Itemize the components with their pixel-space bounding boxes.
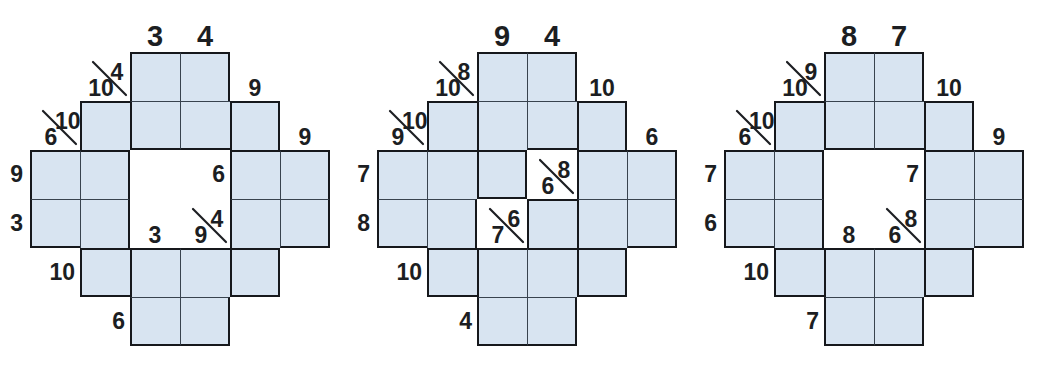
entry-cell-r4c1[interactable]: [724, 199, 774, 248]
clue-cell-r6c2: 7: [774, 297, 824, 346]
down-sum: 8: [841, 22, 857, 51]
entry-cell-r4c2[interactable]: [427, 199, 477, 248]
entry-cell-r6c3[interactable]: [824, 297, 874, 346]
entry-cell-r3c1[interactable]: [377, 150, 427, 199]
across-sum: 9: [799, 61, 823, 84]
clue-cell-r4c0: 6: [694, 199, 724, 248]
down-sum: 7: [891, 22, 907, 51]
across-sum: 4: [205, 208, 229, 231]
entry-cell-r2c5[interactable]: [230, 101, 280, 150]
entry-cell-r4c6[interactable]: [974, 199, 1024, 248]
across-sum: 8: [452, 61, 476, 84]
entry-cell-r5c4[interactable]: [180, 248, 230, 297]
entry-cell-r5c4[interactable]: [527, 248, 577, 297]
entry-cell-r3c6[interactable]: [974, 150, 1024, 199]
down-sum: 10: [589, 77, 615, 100]
clue-cell-r4c0: 3: [0, 199, 30, 248]
entry-cell-r1c4[interactable]: [180, 52, 230, 101]
clue-cell-r2c1: 610: [724, 101, 774, 150]
across-sum: 10: [396, 261, 422, 284]
entry-cell-r2c3[interactable]: [477, 101, 527, 150]
clue-cell-r0c4: 4: [527, 0, 577, 52]
entry-cell-r3c1[interactable]: [30, 150, 80, 199]
clue-cell-r2c6: 6: [627, 101, 677, 150]
entry-cell-r3c2[interactable]: [427, 150, 477, 199]
kakuro-puzzles-row: 3410496109963394106 94108109106768876104…: [0, 0, 1049, 372]
entry-cell-r2c2[interactable]: [80, 101, 130, 150]
across-sum: 10: [743, 261, 769, 284]
down-sum: 9: [299, 126, 312, 149]
down-sum: 9: [249, 77, 262, 100]
entry-cell-r4c6[interactable]: [280, 199, 330, 248]
across-sum: 6: [704, 212, 717, 235]
clue-cell-r1c2: 108: [427, 52, 477, 101]
across-sum: 7: [906, 163, 919, 186]
across-sum: 10: [55, 110, 79, 133]
entry-cell-r4c6[interactable]: [627, 199, 677, 248]
entry-cell-r6c3[interactable]: [130, 297, 180, 346]
across-sum: 6: [502, 208, 526, 231]
entry-cell-r4c5[interactable]: [924, 199, 974, 248]
down-sum: 4: [544, 22, 560, 51]
entry-cell-r5c5[interactable]: [924, 248, 974, 297]
entry-cell-r2c5[interactable]: [924, 101, 974, 150]
entry-cell-r3c5[interactable]: [577, 150, 627, 199]
across-sum: 6: [112, 310, 125, 333]
clue-cell-r3c0: 7: [347, 150, 377, 199]
entry-cell-r3c6[interactable]: [280, 150, 330, 199]
clue-cell-r0c3: 9: [477, 0, 527, 52]
across-sum: 8: [357, 212, 370, 235]
clue-cell-r6c2: 4: [427, 297, 477, 346]
entry-cell-r5c2[interactable]: [774, 248, 824, 297]
entry-cell-r4c1[interactable]: [377, 199, 427, 248]
entry-cell-r4c1[interactable]: [30, 199, 80, 248]
clue-cell-r3c4: 68: [527, 150, 577, 199]
kakuro-board-2: 94108109106768876104: [347, 0, 677, 346]
clue-cell-r1c5: 10: [924, 52, 974, 101]
down-sum: 10: [936, 77, 962, 100]
entry-cell-r4c2[interactable]: [80, 199, 130, 248]
across-sum: 7: [357, 163, 370, 186]
clue-cell-r5c1: 10: [724, 248, 774, 297]
down-sum: 3: [149, 224, 162, 247]
entry-cell-r1c3[interactable]: [130, 52, 180, 101]
entry-cell-r5c4[interactable]: [874, 248, 924, 297]
across-sum: 7: [704, 163, 717, 186]
entry-cell-r4c5[interactable]: [230, 199, 280, 248]
clue-cell-r3c4: 6: [180, 150, 230, 199]
clue-cell-r4c4: 94: [180, 199, 230, 248]
clue-cell-r2c6: 9: [974, 101, 1024, 150]
across-sum: 3: [10, 212, 23, 235]
entry-cell-r1c3[interactable]: [477, 52, 527, 101]
clue-cell-r0c4: 7: [874, 0, 924, 52]
across-sum: 8: [552, 159, 576, 182]
entry-cell-r3c1[interactable]: [724, 150, 774, 199]
entry-cell-r2c3[interactable]: [130, 101, 180, 150]
clue-cell-r3c4: 7: [874, 150, 924, 199]
entry-cell-r5c3[interactable]: [477, 248, 527, 297]
entry-cell-r2c2[interactable]: [427, 101, 477, 150]
entry-cell-r6c4[interactable]: [874, 297, 924, 346]
clue-cell-r2c6: 9: [280, 101, 330, 150]
entry-cell-r1c4[interactable]: [527, 52, 577, 101]
entry-cell-r3c5[interactable]: [924, 150, 974, 199]
clue-cell-r4c4: 68: [874, 199, 924, 248]
entry-cell-r6c4[interactable]: [180, 297, 230, 346]
down-sum: 8: [843, 224, 856, 247]
clue-cell-r0c3: 3: [130, 0, 180, 52]
entry-cell-r2c3[interactable]: [824, 101, 874, 150]
entry-cell-r4c4[interactable]: [527, 199, 577, 248]
clue-cell-r3c0: 7: [694, 150, 724, 199]
across-sum: 9: [10, 163, 23, 186]
entry-cell-r5c3[interactable]: [130, 248, 180, 297]
clue-cell-r4c0: 8: [347, 199, 377, 248]
entry-cell-r6c3[interactable]: [477, 297, 527, 346]
entry-cell-r3c5[interactable]: [230, 150, 280, 199]
entry-cell-r4c2[interactable]: [774, 199, 824, 248]
kakuro-board-3: 87109106109776868107: [694, 0, 1024, 346]
clue-cell-r0c4: 4: [180, 0, 230, 52]
across-sum: 7: [806, 310, 819, 333]
entry-cell-r2c4[interactable]: [527, 101, 577, 150]
entry-cell-r2c4[interactable]: [874, 101, 924, 150]
down-sum: 9: [494, 22, 510, 51]
clue-cell-r0c3: 8: [824, 0, 874, 52]
clue-cell-r1c2: 109: [774, 52, 824, 101]
across-sum: 4: [459, 310, 472, 333]
down-sum: 4: [197, 22, 213, 51]
entry-cell-r3c6[interactable]: [627, 150, 677, 199]
entry-cell-r5c2[interactable]: [427, 248, 477, 297]
entry-cell-r2c4[interactable]: [180, 101, 230, 150]
entry-cell-r5c5[interactable]: [577, 248, 627, 297]
clue-cell-r2c1: 610: [30, 101, 80, 150]
clue-cell-r1c5: 9: [230, 52, 280, 101]
entry-cell-r3c2[interactable]: [774, 150, 824, 199]
clue-cell-r4c3: 3: [130, 199, 180, 248]
entry-cell-r5c5[interactable]: [230, 248, 280, 297]
entry-cell-r6c4[interactable]: [527, 297, 577, 346]
clue-cell-r4c3: 76: [477, 199, 527, 248]
kakuro-board-1: 3410496109963394106: [0, 0, 330, 346]
clue-cell-r1c2: 104: [80, 52, 130, 101]
clue-cell-r2c1: 910: [377, 101, 427, 150]
clue-cell-r4c3: 8: [824, 199, 874, 248]
across-sum: 10: [402, 110, 426, 133]
entry-cell-r3c3[interactable]: [477, 150, 527, 199]
entry-cell-r3c2[interactable]: [80, 150, 130, 199]
across-sum: 10: [749, 110, 773, 133]
down-sum: 6: [646, 126, 659, 149]
entry-cell-r2c2[interactable]: [774, 101, 824, 150]
down-sum: 3: [147, 22, 163, 51]
across-sum: 4: [105, 61, 129, 84]
entry-cell-r5c2[interactable]: [80, 248, 130, 297]
clue-cell-r6c2: 6: [80, 297, 130, 346]
entry-cell-r1c4[interactable]: [874, 52, 924, 101]
clue-cell-r1c5: 10: [577, 52, 627, 101]
across-sum: 8: [899, 208, 923, 231]
entry-cell-r2c5[interactable]: [577, 101, 627, 150]
entry-cell-r4c5[interactable]: [577, 199, 627, 248]
down-sum: 9: [993, 126, 1006, 149]
across-sum: 10: [49, 261, 75, 284]
clue-cell-r5c1: 10: [377, 248, 427, 297]
entry-cell-r5c3[interactable]: [824, 248, 874, 297]
entry-cell-r1c3[interactable]: [824, 52, 874, 101]
clue-cell-r5c1: 10: [30, 248, 80, 297]
across-sum: 6: [212, 163, 225, 186]
clue-cell-r3c0: 9: [0, 150, 30, 199]
